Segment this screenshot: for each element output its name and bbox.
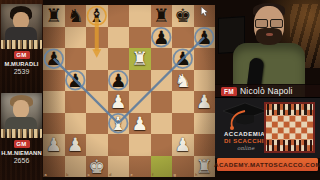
- square-a3[interactable]: [43, 113, 65, 135]
- square-c2[interactable]: [86, 134, 108, 156]
- square-d3[interactable]: ♝: [108, 113, 130, 135]
- square-c5[interactable]: [86, 70, 108, 92]
- file-coordinate-b: b: [66, 173, 68, 177]
- square-c8[interactable]: ♝: [86, 5, 108, 27]
- white-pawn-g2: ♟: [174, 134, 191, 156]
- white-king-c1: ♚: [88, 156, 105, 178]
- black-pawn-f7: ♟: [153, 27, 170, 49]
- square-d8[interactable]: [108, 5, 130, 27]
- square-g2[interactable]: ♟: [172, 134, 194, 156]
- black-bishop-c8: ♝: [88, 5, 105, 27]
- square-g7[interactable]: [172, 27, 194, 49]
- academy-name-line1: ACCADEMIA: [224, 131, 265, 137]
- academy-name-line2: DI SCACCHI: [224, 138, 264, 144]
- black-rook-a8: ♜: [45, 5, 62, 27]
- square-g6[interactable]: ♟: [172, 48, 194, 70]
- title-badge-fm: FM: [221, 87, 237, 96]
- square-d2[interactable]: [108, 134, 130, 156]
- file-coordinate-d: d: [109, 173, 111, 177]
- white-knight-g5: ♞: [174, 70, 191, 92]
- black-pawn-h7: ♟: [196, 27, 213, 49]
- player-rating: 2539: [1, 68, 42, 75]
- square-d4[interactable]: ♟: [108, 91, 130, 113]
- square-f2[interactable]: [151, 134, 173, 156]
- captured-pieces-row: [1, 129, 42, 138]
- square-d7[interactable]: [108, 27, 130, 49]
- mini-board-white-pieces: [266, 140, 313, 151]
- square-b5[interactable]: ♟: [65, 70, 87, 92]
- square-c7[interactable]: [86, 27, 108, 49]
- commentator-mouth: [266, 33, 273, 36]
- player-rating: 2656: [1, 157, 42, 164]
- square-a5[interactable]: [43, 70, 65, 92]
- square-g5[interactable]: ♞: [172, 70, 194, 92]
- square-a7[interactable]: [43, 27, 65, 49]
- square-e4[interactable]: [129, 91, 151, 113]
- square-f3[interactable]: [151, 113, 173, 135]
- black-king-g8: ♚: [174, 5, 191, 27]
- file-coordinate-a: a: [45, 173, 47, 177]
- square-h6[interactable]: [194, 48, 216, 70]
- square-h7[interactable]: ♟: [194, 27, 216, 49]
- stream-frame: GM M.MURADLI 2539 GM H.M.NIEMANN 2656 ♜♞…: [0, 0, 320, 180]
- commentator-webcam: [215, 0, 320, 97]
- square-h3[interactable]: [194, 113, 216, 135]
- file-coordinate-c: c: [88, 173, 90, 177]
- square-h4[interactable]: ♟: [194, 91, 216, 113]
- player-photo-muradli: [1, 4, 42, 49]
- title-badge-gm: GM: [14, 51, 30, 59]
- player-card-top: GM M.MURADLI 2539: [1, 4, 42, 75]
- commentator-beard: [256, 28, 282, 45]
- player-name: M.MURADLI: [1, 61, 42, 67]
- players-sidebar: GM M.MURADLI 2539 GM H.M.NIEMANN 2656: [0, 0, 43, 180]
- square-f8[interactable]: ♜: [151, 5, 173, 27]
- glasses-lens: [270, 19, 283, 28]
- square-g3[interactable]: [172, 113, 194, 135]
- square-f5[interactable]: [151, 70, 173, 92]
- player-face: [13, 100, 29, 118]
- white-pawn-b2: ♟: [67, 134, 84, 156]
- square-e5[interactable]: [129, 70, 151, 92]
- square-e3[interactable]: ♟: [129, 113, 151, 135]
- player-name: H.M.NIEMANN: [1, 150, 42, 156]
- graduation-cap-icon: [221, 101, 269, 131]
- captured-pieces-row: [1, 40, 42, 49]
- academy-tagline: online: [237, 145, 254, 151]
- square-c3[interactable]: [86, 113, 108, 135]
- square-a8[interactable]: ♜: [43, 5, 65, 27]
- file-coordinate-f: f: [152, 173, 153, 177]
- glasses-icon: [255, 19, 283, 28]
- black-pawn-d5: ♟: [110, 70, 127, 92]
- square-b4[interactable]: [65, 91, 87, 113]
- white-pawn-e3: ♟: [131, 113, 148, 135]
- square-f4[interactable]: [151, 91, 173, 113]
- white-pawn-h4: ♟: [196, 91, 213, 113]
- white-rook-e6: ♜: [131, 48, 148, 70]
- square-c4[interactable]: [86, 91, 108, 113]
- glasses-lens: [255, 19, 268, 28]
- square-g8[interactable]: ♚: [172, 5, 194, 27]
- square-b3[interactable]: [65, 113, 87, 135]
- square-e6[interactable]: ♜: [129, 48, 151, 70]
- square-d5[interactable]: ♟: [108, 70, 130, 92]
- file-coordinate-g: g: [174, 173, 176, 177]
- square-b7[interactable]: [65, 27, 87, 49]
- academy-url-text: ACADEMY.MATTOSCACCO.COM: [214, 161, 320, 168]
- square-f6[interactable]: [151, 48, 173, 70]
- square-f7[interactable]: ♟: [151, 27, 173, 49]
- square-a4[interactable]: [43, 91, 65, 113]
- academy-url-banner[interactable]: ACADEMY.MATTOSCACCO.COM: [217, 158, 318, 171]
- square-h5[interactable]: [194, 70, 216, 92]
- white-pawn-d4: ♟: [110, 91, 127, 113]
- file-coordinate-h: h: [195, 173, 197, 177]
- square-f1[interactable]: [151, 156, 173, 178]
- square-b6[interactable]: [65, 48, 87, 70]
- black-pawn-b5: ♟: [67, 70, 84, 92]
- square-e8[interactable]: [129, 5, 151, 27]
- file-coordinate-e: e: [131, 173, 133, 177]
- white-rook-h1: ♜: [196, 156, 213, 178]
- square-c6[interactable]: [86, 48, 108, 70]
- square-b8[interactable]: ♞: [65, 5, 87, 27]
- square-e2[interactable]: [129, 134, 151, 156]
- square-b2[interactable]: ♟: [65, 134, 87, 156]
- black-pawn-g6: ♟: [174, 48, 191, 70]
- black-rook-f8: ♜: [153, 5, 170, 27]
- title-badge-gm: GM: [14, 140, 30, 148]
- player-photo-niemann: [1, 93, 42, 138]
- black-pawn-a6: ♟: [45, 48, 62, 70]
- square-g4[interactable]: [172, 91, 194, 113]
- square-d6[interactable]: [108, 48, 130, 70]
- square-h2[interactable]: [194, 134, 216, 156]
- chess-board: ♜♞♝♜♚♟♟♟♜♟♟♟♞♟♟♝♟♟♟♟♚♜ abcdefgh: [43, 5, 215, 177]
- player-card-bottom: GM H.M.NIEMANN 2656: [1, 93, 42, 164]
- white-bishop-d3: ♝: [110, 113, 127, 135]
- black-knight-b8: ♞: [67, 5, 84, 27]
- board-grid: ♜♞♝♜♚♟♟♟♜♟♟♟♞♟♟♝♟♟♟♟♚♜: [43, 5, 215, 177]
- white-pawn-a2: ♟: [45, 134, 62, 156]
- mini-board-black-pieces: [266, 104, 313, 115]
- academy-panel: ACCADEMIA DI SCACCHI online: [215, 97, 320, 158]
- commentator-name: Nicolò Napoli: [240, 86, 293, 96]
- square-e7[interactable]: [129, 27, 151, 49]
- square-h8[interactable]: [194, 5, 216, 27]
- commentator-banner: FM Nicolò Napoli: [215, 84, 320, 97]
- mini-chessboard: [264, 102, 315, 153]
- square-a6[interactable]: ♟: [43, 48, 65, 70]
- square-a2[interactable]: ♟: [43, 134, 65, 156]
